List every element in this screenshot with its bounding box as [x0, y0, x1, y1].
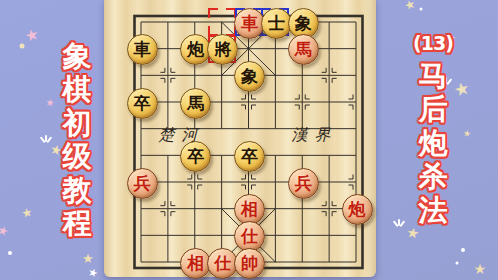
- piece-black-chariot[interactable]: 車: [127, 34, 158, 65]
- star-icon: ★: [0, 223, 10, 238]
- star-icon: ★: [452, 79, 472, 100]
- piece-red-horse[interactable]: 馬: [288, 34, 319, 65]
- piece-red-general[interactable]: 帥: [234, 248, 265, 279]
- piece-black-soldier[interactable]: 卒: [234, 141, 265, 172]
- piece-black-soldier[interactable]: 卒: [180, 141, 211, 172]
- river-label-right: 漢界: [276, 125, 346, 146]
- sparkle-dot-icon: [461, 248, 465, 252]
- sparkle-lines-icon: [390, 216, 408, 228]
- left-title: 象棋初级教程: [60, 38, 94, 242]
- star-icon: ★: [45, 97, 56, 109]
- piece-red-soldier[interactable]: 兵: [288, 168, 319, 199]
- star-icon: ★: [23, 27, 40, 45]
- sparkle-dot-icon: [456, 262, 459, 265]
- move-highlight-red: [208, 8, 236, 36]
- sparkle-dot-icon: [420, 8, 423, 11]
- piece-black-elephant[interactable]: 象: [234, 61, 265, 92]
- episode-number: (13): [413, 32, 453, 54]
- sparkle-dot-icon: [8, 251, 12, 255]
- star-icon: ★: [20, 206, 33, 220]
- piece-red-soldier[interactable]: 兵: [127, 168, 158, 199]
- right-title-text: 马后炮杀法: [419, 58, 448, 228]
- piece-black-soldier[interactable]: 卒: [127, 88, 158, 119]
- star-icon: ★: [82, 252, 94, 265]
- left-title-text: 象棋初级教程: [60, 41, 94, 239]
- star-icon: ★: [474, 262, 487, 276]
- star-icon: ★: [403, 0, 417, 13]
- piece-black-horse[interactable]: 馬: [180, 88, 211, 119]
- piece-red-cannon[interactable]: 炮: [342, 194, 373, 225]
- star-icon: ★: [462, 129, 471, 139]
- star-icon: ★: [87, 266, 100, 280]
- right-title: (13) 马后炮杀法: [413, 32, 453, 228]
- sparkle-dot-icon: [20, 44, 25, 49]
- thumbnail: ★★★★★★★★★★★★★ 象棋初级教程 (13) 马后炮杀法 楚河 漢界 車士…: [0, 0, 498, 280]
